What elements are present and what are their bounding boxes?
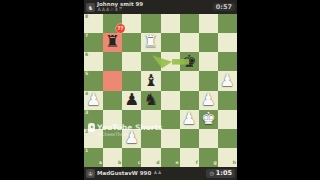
square-d5[interactable]: ♝	[141, 71, 160, 90]
square-d6[interactable]	[141, 52, 160, 71]
square-c3[interactable]	[122, 110, 141, 129]
top-player-bar: ♞ Johnny smit 99 ♙♙♙♘♗♖ 0:57	[84, 0, 237, 14]
white-pawn-f3[interactable]: ♟	[180, 110, 199, 129]
square-a2[interactable]: 2	[84, 129, 103, 148]
square-f1[interactable]: f	[180, 148, 199, 167]
move-classification-badge: ??	[116, 24, 125, 33]
square-f6[interactable]: ♚	[180, 52, 199, 71]
square-g4[interactable]: ♟	[199, 91, 218, 110]
square-f5[interactable]	[180, 71, 199, 90]
square-b1[interactable]: b	[103, 148, 122, 167]
bottom-player-name[interactable]: MadGustavW 990	[97, 171, 151, 177]
square-f2[interactable]	[180, 129, 199, 148]
square-a4[interactable]: 4♟	[84, 91, 103, 110]
file-label-e: e	[176, 161, 179, 166]
white-pawn-g4[interactable]: ♟	[199, 91, 218, 110]
white-pawn-c2[interactable]: ♟	[122, 129, 141, 148]
top-player-avatar[interactable]: ♞	[86, 3, 95, 12]
square-e1[interactable]: e	[161, 148, 180, 167]
square-g2[interactable]	[199, 129, 218, 148]
square-b4[interactable]	[103, 91, 122, 110]
top-player-captured-pieces: ♙♙♙♘♗♖	[97, 8, 143, 13]
square-e2[interactable]	[161, 129, 180, 148]
rank-label-5: 5	[85, 72, 88, 77]
square-d7[interactable]: ♜	[141, 33, 160, 52]
square-g6[interactable]	[199, 52, 218, 71]
rank-label-8: 8	[85, 15, 88, 20]
square-h6[interactable]	[218, 52, 237, 71]
square-g7[interactable]	[199, 33, 218, 52]
square-e7[interactable]	[161, 33, 180, 52]
square-b5[interactable]	[103, 71, 122, 90]
square-e5[interactable]	[161, 71, 180, 90]
white-pawn-h5[interactable]: ♟	[218, 71, 237, 90]
square-a6[interactable]: 6	[84, 52, 103, 71]
white-rook-d7[interactable]: ♜	[141, 33, 160, 52]
file-label-d: d	[156, 161, 159, 166]
square-d2[interactable]	[141, 129, 160, 148]
square-g1[interactable]: g	[199, 148, 218, 167]
square-d3[interactable]	[141, 110, 160, 129]
square-h7[interactable]	[218, 33, 237, 52]
rank-label-6: 6	[85, 53, 88, 58]
rank-label-7: 7	[85, 34, 88, 39]
square-h1[interactable]: h	[218, 148, 237, 167]
square-c4[interactable]: ♟	[122, 91, 141, 110]
square-a8[interactable]: 8	[84, 14, 103, 33]
chess-board[interactable]: 87♜♜6♚5♝♟4♟♟♞♟3♟♚2♟1abcdefgh	[84, 14, 237, 167]
square-h2[interactable]	[218, 129, 237, 148]
square-a5[interactable]: 5	[84, 71, 103, 90]
square-d4[interactable]: ♞	[141, 91, 160, 110]
square-d1[interactable]: d	[141, 148, 160, 167]
square-g8[interactable]	[199, 14, 218, 33]
square-a3[interactable]: 3	[84, 110, 103, 129]
square-d8[interactable]	[141, 14, 160, 33]
white-king-g3[interactable]: ♚	[199, 110, 218, 129]
square-e8[interactable]	[161, 14, 180, 33]
rank-label-3: 3	[85, 111, 88, 116]
square-f7[interactable]	[180, 33, 199, 52]
square-f3[interactable]: ♟	[180, 110, 199, 129]
top-player-clock: 0:57	[213, 3, 235, 12]
file-label-b: b	[118, 161, 121, 166]
square-h4[interactable]	[218, 91, 237, 110]
square-c2[interactable]: ♟	[122, 129, 141, 148]
square-h8[interactable]	[218, 14, 237, 33]
file-label-c: c	[138, 161, 141, 166]
square-b6[interactable]	[103, 52, 122, 71]
rank-label-1: 1	[85, 149, 88, 154]
square-e3[interactable]	[161, 110, 180, 129]
square-b3[interactable]	[103, 110, 122, 129]
square-a7[interactable]: 7	[84, 33, 103, 52]
square-e4[interactable]	[161, 91, 180, 110]
square-f8[interactable]	[180, 14, 199, 33]
square-a1[interactable]: 1a	[84, 148, 103, 167]
square-b7[interactable]: ♜	[103, 33, 122, 52]
bottom-player-bar: ♔ MadGustavW 990 ♟♟ ◷ 1:05	[84, 167, 237, 180]
square-h3[interactable]	[218, 110, 237, 129]
square-f4[interactable]	[180, 91, 199, 110]
white-pawn-a4[interactable]: ♟	[84, 91, 103, 110]
black-pawn-c4[interactable]: ♟	[122, 91, 141, 110]
bottom-player-avatar[interactable]: ♔	[86, 169, 95, 178]
square-h5[interactable]: ♟	[218, 71, 237, 90]
black-king-f6[interactable]: ♚	[180, 52, 199, 71]
black-knight-d4[interactable]: ♞	[141, 91, 160, 110]
file-label-h: h	[233, 161, 236, 166]
square-g3[interactable]: ♚	[199, 110, 218, 129]
square-c7[interactable]	[122, 33, 141, 52]
square-c8[interactable]	[122, 14, 141, 33]
square-b2[interactable]	[103, 129, 122, 148]
square-g5[interactable]	[199, 71, 218, 90]
highlight-b5	[103, 71, 122, 90]
square-c1[interactable]: c	[122, 148, 141, 167]
file-label-a: a	[99, 161, 102, 166]
bottom-player-clock: ◷ 1:05	[206, 169, 235, 178]
file-label-f: f	[196, 161, 198, 166]
square-c5[interactable]	[122, 71, 141, 90]
black-rook-b7[interactable]: ♜	[103, 33, 122, 52]
black-bishop-d5[interactable]: ♝	[141, 71, 160, 90]
square-e6[interactable]	[161, 52, 180, 71]
bottom-player-captured-pieces: ♟♟	[153, 171, 162, 176]
clock-icon: ◷	[209, 171, 213, 176]
file-label-g: g	[214, 161, 217, 166]
video-frame: ♞ Johnny smit 99 ♙♙♙♘♗♖ 0:57 87♜♜6♚5♝♟4♟…	[0, 0, 320, 180]
rank-label-2: 2	[85, 130, 88, 135]
square-c6[interactable]	[122, 52, 141, 71]
